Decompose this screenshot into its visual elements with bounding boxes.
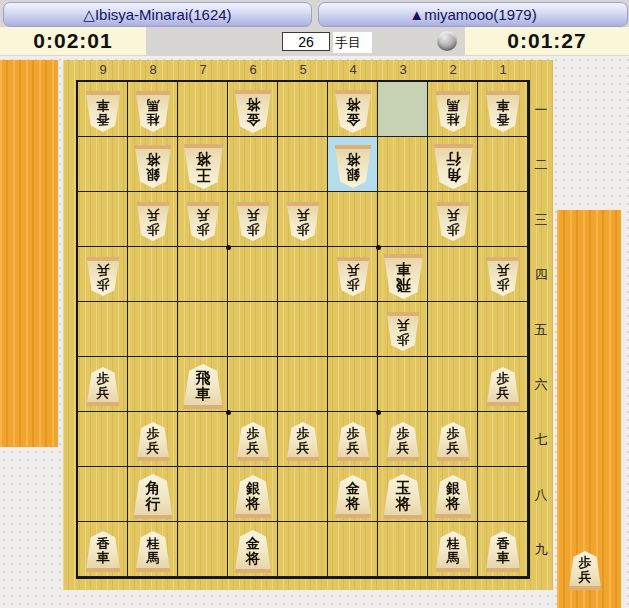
white-player-name: △Ibisya-Minarai(1624): [83, 6, 231, 23]
white-clock: 0:02:01: [0, 27, 146, 55]
square-51[interactable]: [278, 82, 328, 137]
square-93[interactable]: [78, 192, 128, 247]
square-97[interactable]: [78, 412, 128, 467]
square-86[interactable]: [128, 357, 178, 412]
square-56[interactable]: [278, 357, 328, 412]
square-92[interactable]: [78, 137, 128, 192]
move-number-input[interactable]: [282, 32, 330, 51]
square-13[interactable]: [478, 192, 528, 247]
black-player-banner[interactable]: ▲miyamooo(1979): [318, 2, 628, 27]
square-62[interactable]: [228, 137, 278, 192]
square-12[interactable]: [478, 137, 528, 192]
file-label-8: 8: [128, 62, 178, 79]
square-18[interactable]: [478, 467, 528, 522]
black-player-name: ▲miyamooo(1979): [409, 6, 536, 23]
square-26[interactable]: [428, 357, 478, 412]
square-33[interactable]: [378, 192, 428, 247]
rank-label-5: 五: [529, 302, 553, 357]
status-lamp-icon: [437, 31, 457, 51]
white-piece-stand[interactable]: [0, 60, 58, 447]
square-17[interactable]: [478, 412, 528, 467]
square-59[interactable]: [278, 522, 328, 577]
rank-label-1: 一: [529, 82, 553, 137]
square-45[interactable]: [328, 302, 378, 357]
black-clock: 0:01:27: [465, 27, 629, 55]
square-64[interactable]: [228, 247, 278, 302]
square-52[interactable]: [278, 137, 328, 192]
square-15[interactable]: [478, 302, 528, 357]
square-77[interactable]: [178, 412, 228, 467]
square-55[interactable]: [278, 302, 328, 357]
square-31[interactable]: [378, 82, 428, 137]
rank-label-4: 四: [529, 247, 553, 302]
square-71[interactable]: [178, 82, 228, 137]
square-65[interactable]: [228, 302, 278, 357]
square-98[interactable]: [78, 467, 128, 522]
black-piece-stand[interactable]: [557, 210, 621, 608]
square-43[interactable]: [328, 192, 378, 247]
file-label-1: 1: [478, 62, 528, 79]
rank-label-3: 三: [529, 192, 553, 247]
square-79[interactable]: [178, 522, 228, 577]
square-84[interactable]: [128, 247, 178, 302]
file-label-3: 3: [378, 62, 428, 79]
square-85[interactable]: [128, 302, 178, 357]
file-label-9: 9: [78, 62, 128, 79]
file-label-4: 4: [328, 62, 378, 79]
square-32[interactable]: [378, 137, 428, 192]
file-label-7: 7: [178, 62, 228, 79]
square-24[interactable]: [428, 247, 478, 302]
move-number-label: 手目: [333, 32, 372, 53]
square-78[interactable]: [178, 467, 228, 522]
rank-label-7: 七: [529, 412, 553, 467]
square-66[interactable]: [228, 357, 278, 412]
file-label-2: 2: [428, 62, 478, 79]
square-95[interactable]: [78, 302, 128, 357]
rank-label-2: 二: [529, 137, 553, 192]
square-49[interactable]: [328, 522, 378, 577]
square-54[interactable]: [278, 247, 328, 302]
square-36[interactable]: [378, 357, 428, 412]
square-58[interactable]: [278, 467, 328, 522]
rank-label-6: 六: [529, 357, 553, 412]
square-25[interactable]: [428, 302, 478, 357]
square-75[interactable]: [178, 302, 228, 357]
rank-label-8: 八: [529, 467, 553, 522]
shogi-app-window: △Ibisya-Minarai(1624) ▲miyamooo(1979) 0:…: [0, 0, 629, 608]
white-player-banner[interactable]: △Ibisya-Minarai(1624): [3, 2, 312, 27]
square-46[interactable]: [328, 357, 378, 412]
square-39[interactable]: [378, 522, 428, 577]
file-label-6: 6: [228, 62, 278, 79]
file-label-5: 5: [278, 62, 328, 79]
rank-label-9: 九: [529, 522, 553, 577]
square-74[interactable]: [178, 247, 228, 302]
